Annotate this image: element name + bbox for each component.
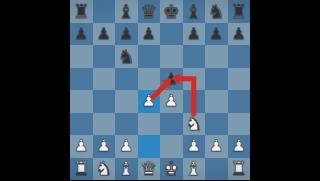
square-f6[interactable]	[183, 45, 206, 68]
square-a7[interactable]: ♟	[70, 23, 93, 46]
square-h6[interactable]	[228, 45, 251, 68]
black-knight-piece[interactable]: ♞	[208, 1, 225, 20]
white-bishop-piece[interactable]: ♝	[185, 159, 202, 178]
square-h5[interactable]	[228, 68, 251, 91]
square-e4[interactable]: ♟	[160, 90, 183, 113]
square-g6[interactable]	[205, 45, 228, 68]
square-a6[interactable]	[70, 45, 93, 68]
square-f4[interactable]	[183, 90, 206, 113]
white-knight-piece[interactable]: ♞	[95, 159, 112, 178]
square-g1[interactable]	[205, 158, 228, 181]
white-pawn-piece[interactable]: ♟	[232, 138, 246, 154]
square-g3[interactable]	[205, 113, 228, 136]
square-d6[interactable]	[138, 45, 161, 68]
square-b7[interactable]: ♟	[93, 23, 116, 46]
black-pawn-piece[interactable]: ♟	[232, 25, 246, 41]
black-pawn-piece[interactable]: ♟	[164, 70, 178, 86]
white-queen-piece[interactable]: ♛	[140, 159, 157, 178]
square-d5[interactable]	[138, 68, 161, 91]
square-h2[interactable]: ♟	[228, 135, 251, 158]
square-e1[interactable]: ♚	[160, 158, 183, 181]
square-a8[interactable]: ♜	[70, 0, 93, 23]
square-d2[interactable]	[138, 135, 161, 158]
square-a1[interactable]: ♜	[70, 158, 93, 181]
white-pawn-piece[interactable]: ♟	[187, 138, 201, 154]
square-a2[interactable]: ♟	[70, 135, 93, 158]
black-pawn-piece[interactable]: ♟	[119, 25, 133, 41]
letterbox-right	[250, 0, 320, 180]
square-b2[interactable]: ♟	[93, 135, 116, 158]
square-f5[interactable]	[183, 68, 206, 91]
square-c1[interactable]: ♝	[115, 158, 138, 181]
white-pawn-piece[interactable]: ♟	[142, 93, 156, 109]
black-pawn-piece[interactable]: ♟	[97, 25, 111, 41]
white-pawn-piece[interactable]: ♟	[209, 138, 223, 154]
square-a5[interactable]	[70, 68, 93, 91]
square-g2[interactable]: ♟	[205, 135, 228, 158]
square-c3[interactable]	[115, 113, 138, 136]
white-rook-piece[interactable]: ♜	[73, 159, 90, 178]
black-rook-piece[interactable]: ♜	[230, 1, 247, 20]
square-c4[interactable]	[115, 90, 138, 113]
square-f7[interactable]: ♟	[183, 23, 206, 46]
black-king-piece[interactable]: ♚	[163, 1, 180, 20]
white-king-piece[interactable]: ♚	[163, 159, 180, 178]
white-pawn-piece[interactable]: ♟	[164, 93, 178, 109]
white-pawn-piece[interactable]: ♟	[74, 138, 88, 154]
square-c6[interactable]: ♞	[115, 45, 138, 68]
black-pawn-piece[interactable]: ♟	[209, 25, 223, 41]
square-b6[interactable]	[93, 45, 116, 68]
square-b8[interactable]	[93, 0, 116, 23]
square-g5[interactable]	[205, 68, 228, 91]
square-f1[interactable]: ♝	[183, 158, 206, 181]
square-b4[interactable]	[93, 90, 116, 113]
square-c7[interactable]: ♟	[115, 23, 138, 46]
black-knight-piece[interactable]: ♞	[118, 46, 135, 65]
square-a3[interactable]	[70, 113, 93, 136]
black-bishop-piece[interactable]: ♝	[185, 1, 202, 20]
square-b3[interactable]	[93, 113, 116, 136]
square-e8[interactable]: ♚	[160, 0, 183, 23]
white-knight-piece[interactable]: ♞	[185, 114, 202, 133]
square-e5[interactable]: ♟	[160, 68, 183, 91]
white-rook-piece[interactable]: ♜	[230, 159, 247, 178]
square-e3[interactable]	[160, 113, 183, 136]
square-c8[interactable]: ♝	[115, 0, 138, 23]
square-h8[interactable]: ♜	[228, 0, 251, 23]
square-f2[interactable]: ♟	[183, 135, 206, 158]
white-pawn-piece[interactable]: ♟	[119, 138, 133, 154]
square-h7[interactable]: ♟	[228, 23, 251, 46]
square-c2[interactable]: ♟	[115, 135, 138, 158]
square-d4[interactable]: ♟	[138, 90, 161, 113]
square-g4[interactable]	[205, 90, 228, 113]
white-pawn-piece[interactable]: ♟	[97, 138, 111, 154]
square-d3[interactable]	[138, 113, 161, 136]
black-rook-piece[interactable]: ♜	[73, 1, 90, 20]
square-d1[interactable]: ♛	[138, 158, 161, 181]
black-queen-piece[interactable]: ♛	[140, 1, 157, 20]
white-bishop-piece[interactable]: ♝	[118, 159, 135, 178]
square-f8[interactable]: ♝	[183, 0, 206, 23]
square-h1[interactable]: ♜	[228, 158, 251, 181]
square-e2[interactable]	[160, 135, 183, 158]
square-g8[interactable]: ♞	[205, 0, 228, 23]
letterbox-left	[0, 0, 70, 180]
square-d8[interactable]: ♛	[138, 0, 161, 23]
black-pawn-piece[interactable]: ♟	[74, 25, 88, 41]
video-frame: ♜♝♛♚♝♞♜♟♟♟♟♟♟♟♞♟♟♟♞♟♟♟♟♟♟♜♞♝♛♚♝♜	[0, 0, 320, 180]
square-e7[interactable]	[160, 23, 183, 46]
black-bishop-piece[interactable]: ♝	[118, 1, 135, 20]
square-b5[interactable]	[93, 68, 116, 91]
square-g7[interactable]: ♟	[205, 23, 228, 46]
square-f3[interactable]: ♞	[183, 113, 206, 136]
square-h3[interactable]	[228, 113, 251, 136]
square-b1[interactable]: ♞	[93, 158, 116, 181]
square-c5[interactable]	[115, 68, 138, 91]
black-pawn-piece[interactable]: ♟	[142, 25, 156, 41]
square-a4[interactable]	[70, 90, 93, 113]
chess-board: ♜♝♛♚♝♞♜♟♟♟♟♟♟♟♞♟♟♟♞♟♟♟♟♟♟♜♞♝♛♚♝♜	[70, 0, 250, 180]
square-h4[interactable]	[228, 90, 251, 113]
black-pawn-piece[interactable]: ♟	[187, 25, 201, 41]
square-e6[interactable]	[160, 45, 183, 68]
square-d7[interactable]: ♟	[138, 23, 161, 46]
